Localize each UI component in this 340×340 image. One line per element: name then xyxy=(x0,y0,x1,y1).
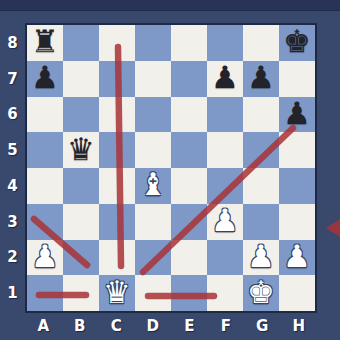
square-a7[interactable]: ♟ xyxy=(27,61,63,97)
square-h4[interactable] xyxy=(279,168,315,204)
square-e2[interactable] xyxy=(171,240,207,276)
square-c5[interactable] xyxy=(99,132,135,168)
rank-label-1: 1 xyxy=(0,275,25,311)
square-c8[interactable] xyxy=(99,25,135,61)
square-b3[interactable] xyxy=(63,204,99,240)
square-a3[interactable] xyxy=(27,204,63,240)
square-h1[interactable] xyxy=(279,275,315,311)
square-c6[interactable] xyxy=(99,97,135,133)
file-label-f: F xyxy=(208,313,245,338)
chessboard: ♜♚♟♟♟♟♛♝♟♟♟♟♛♚ xyxy=(27,25,315,311)
chess-diagram: 8 7 6 5 4 3 2 1 ♜♚♟♟♟♟♛♝♟♟♟♟♛♚ A B C D E… xyxy=(0,0,340,340)
file-label-e: E xyxy=(171,313,208,338)
white-pawn-f3[interactable]: ♟ xyxy=(211,205,239,236)
square-d6[interactable] xyxy=(135,97,171,133)
square-g3[interactable] xyxy=(243,204,279,240)
square-g7[interactable]: ♟ xyxy=(243,61,279,97)
square-d3[interactable] xyxy=(135,204,171,240)
square-e3[interactable] xyxy=(171,204,207,240)
square-c7[interactable] xyxy=(99,61,135,97)
rank-label-6: 6 xyxy=(0,97,25,133)
square-f1[interactable] xyxy=(207,275,243,311)
square-d2[interactable] xyxy=(135,240,171,276)
square-d7[interactable] xyxy=(135,61,171,97)
square-c2[interactable] xyxy=(99,240,135,276)
top-border-strip xyxy=(0,0,340,11)
black-pawn-f7[interactable]: ♟ xyxy=(211,62,239,93)
square-a1[interactable] xyxy=(27,275,63,311)
white-queen-c1[interactable]: ♛ xyxy=(103,277,131,308)
square-a6[interactable] xyxy=(27,97,63,133)
black-rook-a8[interactable]: ♜ xyxy=(31,26,59,57)
square-b7[interactable] xyxy=(63,61,99,97)
white-bishop-d4[interactable]: ♝ xyxy=(139,169,167,200)
white-pawn-a2[interactable]: ♟ xyxy=(31,241,59,272)
square-e7[interactable] xyxy=(171,61,207,97)
file-label-g: G xyxy=(244,313,281,338)
file-label-c: C xyxy=(98,313,135,338)
rank-labels: 8 7 6 5 4 3 2 1 xyxy=(0,25,25,311)
square-b6[interactable] xyxy=(63,97,99,133)
file-label-d: D xyxy=(135,313,172,338)
white-pawn-h2[interactable]: ♟ xyxy=(283,241,311,272)
square-h6[interactable]: ♟ xyxy=(279,97,315,133)
black-queen-b5[interactable]: ♛ xyxy=(67,134,95,165)
square-f6[interactable] xyxy=(207,97,243,133)
black-pawn-h6[interactable]: ♟ xyxy=(283,98,311,129)
white-king-g1[interactable]: ♚ xyxy=(247,277,275,308)
square-d4[interactable]: ♝ xyxy=(135,168,171,204)
square-b1[interactable] xyxy=(63,275,99,311)
square-d8[interactable] xyxy=(135,25,171,61)
square-c3[interactable] xyxy=(99,204,135,240)
black-pawn-a7[interactable]: ♟ xyxy=(31,62,59,93)
square-c1[interactable]: ♛ xyxy=(99,275,135,311)
square-b4[interactable] xyxy=(63,168,99,204)
square-e5[interactable] xyxy=(171,132,207,168)
black-pawn-g7[interactable]: ♟ xyxy=(247,62,275,93)
file-labels: A B C D E F G H xyxy=(25,313,317,338)
square-g5[interactable] xyxy=(243,132,279,168)
square-e6[interactable] xyxy=(171,97,207,133)
square-f4[interactable] xyxy=(207,168,243,204)
square-a5[interactable] xyxy=(27,132,63,168)
square-a2[interactable]: ♟ xyxy=(27,240,63,276)
square-a8[interactable]: ♜ xyxy=(27,25,63,61)
square-g1[interactable]: ♚ xyxy=(243,275,279,311)
file-label-h: H xyxy=(281,313,318,338)
square-h7[interactable] xyxy=(279,61,315,97)
square-g2[interactable]: ♟ xyxy=(243,240,279,276)
rank-label-7: 7 xyxy=(0,61,25,97)
white-pawn-g2[interactable]: ♟ xyxy=(247,241,275,272)
rank-label-2: 2 xyxy=(0,240,25,276)
square-b2[interactable] xyxy=(63,240,99,276)
rank-label-4: 4 xyxy=(0,168,25,204)
square-c4[interactable] xyxy=(99,168,135,204)
rank-label-8: 8 xyxy=(0,25,25,61)
square-f5[interactable] xyxy=(207,132,243,168)
square-f7[interactable]: ♟ xyxy=(207,61,243,97)
square-f2[interactable] xyxy=(207,240,243,276)
square-e8[interactable] xyxy=(171,25,207,61)
square-e4[interactable] xyxy=(171,168,207,204)
square-h5[interactable] xyxy=(279,132,315,168)
file-label-a: A xyxy=(25,313,62,338)
square-f3[interactable]: ♟ xyxy=(207,204,243,240)
rank-label-3: 3 xyxy=(0,204,25,240)
square-d5[interactable] xyxy=(135,132,171,168)
chessboard-frame: ♜♚♟♟♟♟♛♝♟♟♟♟♛♚ xyxy=(25,23,317,313)
black-king-h8[interactable]: ♚ xyxy=(283,26,311,57)
square-b8[interactable] xyxy=(63,25,99,61)
red-arrowhead-right-edge xyxy=(326,219,340,237)
square-h3[interactable] xyxy=(279,204,315,240)
square-h2[interactable]: ♟ xyxy=(279,240,315,276)
rank-label-5: 5 xyxy=(0,132,25,168)
square-d1[interactable] xyxy=(135,275,171,311)
square-g4[interactable] xyxy=(243,168,279,204)
square-g8[interactable] xyxy=(243,25,279,61)
square-b5[interactable]: ♛ xyxy=(63,132,99,168)
square-h8[interactable]: ♚ xyxy=(279,25,315,61)
square-a4[interactable] xyxy=(27,168,63,204)
square-e1[interactable] xyxy=(171,275,207,311)
file-label-b: B xyxy=(62,313,99,338)
square-f8[interactable] xyxy=(207,25,243,61)
square-g6[interactable] xyxy=(243,97,279,133)
